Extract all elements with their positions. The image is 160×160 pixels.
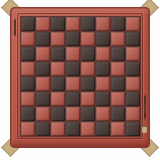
square-b3[interactable] <box>36 92 50 106</box>
square-h2[interactable] <box>126 107 140 121</box>
square-c5[interactable] <box>51 62 65 76</box>
square-c8[interactable] <box>51 17 65 31</box>
square-b4[interactable] <box>36 77 50 91</box>
square-a5[interactable] <box>21 62 35 76</box>
square-a4[interactable] <box>21 77 35 91</box>
square-f3[interactable] <box>96 92 110 106</box>
square-b8[interactable] <box>36 17 50 31</box>
playing-field <box>20 16 141 137</box>
square-d1[interactable] <box>66 122 80 136</box>
square-c6[interactable] <box>51 47 65 61</box>
square-d2[interactable] <box>66 107 80 121</box>
square-e7[interactable] <box>81 32 95 46</box>
square-a2[interactable] <box>21 107 35 121</box>
square-d3[interactable] <box>66 92 80 106</box>
square-g8[interactable] <box>111 17 125 31</box>
square-c2[interactable] <box>51 107 65 121</box>
square-g4[interactable] <box>111 77 125 91</box>
square-e6[interactable] <box>81 47 95 61</box>
square-e3[interactable] <box>81 92 95 106</box>
square-b1[interactable] <box>36 122 50 136</box>
square-g6[interactable] <box>111 47 125 61</box>
square-c1[interactable] <box>51 122 65 136</box>
square-b6[interactable] <box>36 47 50 61</box>
square-e4[interactable] <box>81 77 95 91</box>
square-a8[interactable] <box>21 17 35 31</box>
square-e1[interactable] <box>81 122 95 136</box>
square-c3[interactable] <box>51 92 65 106</box>
square-g1[interactable] <box>111 122 125 136</box>
square-b7[interactable] <box>36 32 50 46</box>
square-a1[interactable] <box>21 122 35 136</box>
square-b5[interactable] <box>36 62 50 76</box>
square-f5[interactable] <box>96 62 110 76</box>
square-h7[interactable] <box>126 32 140 46</box>
square-f1[interactable] <box>96 122 110 136</box>
square-d7[interactable] <box>66 32 80 46</box>
square-d5[interactable] <box>66 62 80 76</box>
square-a3[interactable] <box>21 92 35 106</box>
square-f8[interactable] <box>96 17 110 31</box>
square-h1[interactable] <box>126 122 140 136</box>
square-e8[interactable] <box>81 17 95 31</box>
square-d4[interactable] <box>66 77 80 91</box>
brass-latch-icon <box>142 126 147 133</box>
square-d8[interactable] <box>66 17 80 31</box>
square-c4[interactable] <box>51 77 65 91</box>
square-c7[interactable] <box>51 32 65 46</box>
square-g3[interactable] <box>111 92 125 106</box>
checkerboard <box>10 7 150 148</box>
square-h4[interactable] <box>126 77 140 91</box>
square-e5[interactable] <box>81 62 95 76</box>
left-hinge-icon <box>14 20 16 35</box>
square-h6[interactable] <box>126 47 140 61</box>
square-a6[interactable] <box>21 47 35 61</box>
photo-background <box>0 0 160 160</box>
square-b2[interactable] <box>36 107 50 121</box>
square-h5[interactable] <box>126 62 140 76</box>
square-g2[interactable] <box>111 107 125 121</box>
square-a7[interactable] <box>21 32 35 46</box>
square-d6[interactable] <box>66 47 80 61</box>
right-hinge-icon <box>144 96 146 118</box>
square-h8[interactable] <box>126 17 140 31</box>
square-e2[interactable] <box>81 107 95 121</box>
square-h3[interactable] <box>126 92 140 106</box>
square-g5[interactable] <box>111 62 125 76</box>
square-f7[interactable] <box>96 32 110 46</box>
square-f6[interactable] <box>96 47 110 61</box>
square-f4[interactable] <box>96 77 110 91</box>
square-f2[interactable] <box>96 107 110 121</box>
square-g7[interactable] <box>111 32 125 46</box>
